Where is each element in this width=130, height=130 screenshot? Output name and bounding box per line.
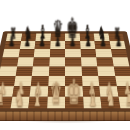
- square-a6: [2, 49, 19, 57]
- black-rook: ♜: [10, 26, 16, 41]
- square-b5: [17, 58, 34, 67]
- square-c4: [32, 66, 49, 75]
- square-d4: [48, 66, 65, 75]
- square-b4: [15, 66, 33, 75]
- square-b1: ♞: [10, 97, 30, 109]
- square-e4: [65, 66, 82, 75]
- square-g8: ♞: [94, 34, 110, 42]
- square-a5: [1, 58, 19, 67]
- chess-board: ♜♞♝♛♚♝♞♜♟♟♟♟♟♟♟♟♟♟♟♟♟♟♟♟♜♞♝♛♚♝♞♜: [0, 31, 130, 112]
- square-g1: ♞: [100, 97, 120, 109]
- square-e1: ♚: [65, 97, 83, 109]
- chessboard-photo: ♜♞♝♛♚♝♞♜♟♟♟♟♟♟♟♟♟♟♟♟♟♟♟♟♜♞♝♛♚♝♞♜: [0, 0, 130, 130]
- square-h3: [115, 76, 130, 86]
- square-b7: ♟: [19, 41, 35, 49]
- square-f4: [81, 66, 98, 75]
- square-h2: ♟: [116, 86, 130, 97]
- square-c2: ♟: [30, 86, 48, 97]
- square-a4: [0, 66, 17, 75]
- square-h8: ♜: [108, 34, 124, 42]
- white-pawn: ♟: [124, 81, 130, 98]
- square-f6: [80, 49, 96, 57]
- square-e3: [65, 76, 82, 86]
- square-g6: [95, 49, 112, 57]
- square-a1: ♜: [0, 97, 12, 109]
- square-a7: ♟: [4, 41, 20, 49]
- black-knight: ♞: [24, 23, 32, 41]
- white-pawn: ♟: [35, 81, 42, 98]
- square-g5: [96, 58, 113, 67]
- white-pawn: ♟: [70, 81, 77, 98]
- board-3d-wrapper: ♜♞♝♛♚♝♞♜♟♟♟♟♟♟♟♟♟♟♟♟♟♟♟♟♜♞♝♛♚♝♞♜: [0, 31, 130, 112]
- square-f1: ♝: [83, 97, 102, 109]
- square-h7: ♟: [109, 41, 125, 49]
- square-c8: ♝: [35, 34, 50, 42]
- square-e7: ♟: [65, 41, 80, 49]
- black-knight: ♞: [98, 23, 106, 41]
- square-d3: [48, 76, 65, 86]
- square-a8: ♜: [6, 34, 22, 42]
- white-knight: ♞: [14, 86, 23, 109]
- white-pawn: ♟: [0, 81, 6, 98]
- square-d6: [49, 49, 65, 57]
- white-pawn: ♟: [88, 81, 95, 98]
- square-f5: [81, 58, 98, 67]
- square-c7: ♟: [35, 41, 51, 49]
- square-b2: ♟: [12, 86, 31, 97]
- square-c5: [33, 58, 50, 67]
- square-h4: [113, 66, 130, 75]
- square-h5: [112, 58, 130, 67]
- square-g7: ♟: [95, 41, 111, 49]
- square-d1: ♛: [47, 97, 65, 109]
- square-c6: [34, 49, 50, 57]
- black-rook: ♜: [114, 26, 120, 41]
- black-bishop: ♝: [39, 22, 47, 42]
- square-b3: [14, 76, 32, 86]
- square-d8: ♛: [50, 34, 65, 42]
- black-king: ♚: [67, 14, 79, 42]
- square-e6: [65, 49, 81, 57]
- square-d2: ♟: [47, 86, 65, 97]
- square-f2: ♟: [82, 86, 100, 97]
- square-g4: [97, 66, 115, 75]
- black-queen: ♛: [53, 18, 63, 42]
- square-c1: ♝: [28, 97, 47, 109]
- square-d5: [49, 58, 65, 67]
- square-f7: ♟: [80, 41, 96, 49]
- square-g3: [98, 76, 116, 86]
- white-pawn: ♟: [17, 81, 24, 98]
- square-f8: ♝: [79, 34, 94, 42]
- square-e5: [65, 58, 81, 67]
- square-b8: ♞: [21, 34, 37, 42]
- board-frame-front-edge: [0, 111, 130, 121]
- square-h1: ♜: [118, 97, 130, 109]
- square-e8: ♚: [65, 34, 80, 42]
- white-knight: ♞: [106, 86, 115, 109]
- square-f3: [82, 76, 100, 86]
- square-d7: ♟: [50, 41, 65, 49]
- square-e2: ♟: [65, 86, 83, 97]
- white-pawn: ♟: [53, 81, 60, 98]
- square-c3: [31, 76, 49, 86]
- square-g2: ♟: [99, 86, 118, 97]
- white-pawn: ♟: [106, 81, 113, 98]
- black-bishop: ♝: [83, 22, 91, 42]
- square-h6: [111, 49, 128, 57]
- square-b6: [18, 49, 35, 57]
